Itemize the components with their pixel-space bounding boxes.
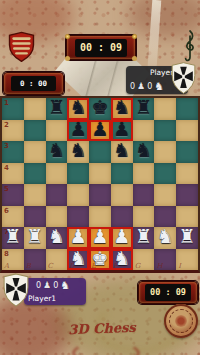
- white-rook[interactable]: ♜: [26, 227, 43, 246]
- square-b4[interactable]: [24, 163, 46, 185]
- square-d7[interactable]: ♟: [67, 227, 89, 249]
- square-f2[interactable]: ♟: [111, 120, 133, 142]
- player1-panel: 0 ♟ 0 ♞ Player1: [24, 278, 86, 305]
- square-d4[interactable]: [67, 163, 89, 185]
- game-screen: 00 : 09 0 : 00 Player2 0 ♟ 0 ♞ 1♜♞♚♞♜2♟♟…: [0, 0, 200, 355]
- file-label: B: [26, 262, 31, 270]
- square-b8[interactable]: B: [24, 249, 46, 271]
- square-g7[interactable]: ♜: [133, 227, 155, 249]
- square-a5[interactable]: 5: [2, 184, 24, 206]
- square-c7[interactable]: ♞: [46, 227, 68, 249]
- square-e7[interactable]: ♟: [89, 227, 111, 249]
- square-h5[interactable]: [154, 184, 176, 206]
- left-timer: 0 : 00: [3, 72, 64, 95]
- square-d3[interactable]: ♞: [67, 141, 89, 163]
- captured-knight-count: 0: [147, 83, 152, 91]
- white-rook[interactable]: ♜: [4, 227, 21, 246]
- white-knight[interactable]: ♞: [113, 249, 130, 268]
- pawn-icon: ♟: [43, 281, 51, 290]
- square-c5[interactable]: [46, 184, 68, 206]
- rank-label: 5: [4, 185, 9, 193]
- square-h2[interactable]: [154, 120, 176, 142]
- square-f3[interactable]: ♞: [111, 141, 133, 163]
- main-timer: 00 : 09: [66, 35, 136, 60]
- square-f7[interactable]: ♟: [111, 227, 133, 249]
- square-c4[interactable]: [46, 163, 68, 185]
- square-b6[interactable]: [24, 206, 46, 228]
- white-knight[interactable]: ♞: [157, 227, 174, 246]
- square-i8[interactable]: I: [176, 249, 198, 271]
- knight-icon: ♞: [154, 81, 164, 92]
- black-knight[interactable]: ♞: [70, 141, 87, 160]
- captured-knight-count: 0: [53, 282, 58, 290]
- square-g2[interactable]: [133, 120, 155, 142]
- file-label: I: [178, 262, 181, 270]
- white-rook[interactable]: ♜: [179, 227, 196, 246]
- square-g5[interactable]: [133, 184, 155, 206]
- square-c2[interactable]: [46, 120, 68, 142]
- square-a1[interactable]: 1: [2, 98, 24, 120]
- square-a7[interactable]: 7♜: [2, 227, 24, 249]
- square-a2[interactable]: 2: [2, 120, 24, 142]
- square-b2[interactable]: [24, 120, 46, 142]
- square-i1[interactable]: [176, 98, 198, 120]
- black-rook[interactable]: ♜: [48, 98, 65, 117]
- square-e5[interactable]: [89, 184, 111, 206]
- rank-label: 2: [4, 121, 9, 129]
- square-e8[interactable]: E♚: [89, 249, 111, 271]
- square-a4[interactable]: 4: [2, 163, 24, 185]
- square-h6[interactable]: [154, 206, 176, 228]
- rank-label: 6: [4, 207, 9, 215]
- square-f8[interactable]: F♞: [111, 249, 133, 271]
- white-pawn[interactable]: ♟: [91, 227, 108, 246]
- square-c6[interactable]: [46, 206, 68, 228]
- rank-label: 3: [4, 142, 9, 150]
- square-c1[interactable]: ♜: [46, 98, 68, 120]
- white-pawn[interactable]: ♟: [70, 227, 87, 246]
- square-e3[interactable]: [89, 141, 111, 163]
- black-pawn[interactable]: ♟: [113, 120, 130, 139]
- captured-pawn-count: 0: [36, 282, 41, 290]
- black-knight[interactable]: ♞: [48, 141, 65, 160]
- square-i7[interactable]: ♜: [176, 227, 198, 249]
- pawn-icon: ♟: [137, 82, 145, 91]
- square-e4[interactable]: [89, 163, 111, 185]
- square-d2[interactable]: ♟: [67, 120, 89, 142]
- file-label: G: [135, 262, 141, 270]
- square-c3[interactable]: ♞: [46, 141, 68, 163]
- square-b7[interactable]: ♜: [24, 227, 46, 249]
- square-f5[interactable]: [111, 184, 133, 206]
- knight-icon: ♞: [60, 280, 70, 291]
- black-pawn[interactable]: ♟: [70, 120, 87, 139]
- square-i6[interactable]: [176, 206, 198, 228]
- black-pawn[interactable]: ♟: [91, 120, 108, 139]
- square-g8[interactable]: G: [133, 249, 155, 271]
- square-h3[interactable]: [154, 141, 176, 163]
- player2-captured: 0 ♟ 0 ♞: [130, 81, 184, 92]
- square-g4[interactable]: [133, 163, 155, 185]
- square-d1[interactable]: ♞: [67, 98, 89, 120]
- music-clef-icon[interactable]: [183, 30, 197, 64]
- app-watermark: 3D Chess: [62, 320, 142, 338]
- white-pawn[interactable]: ♟: [113, 227, 130, 246]
- square-e6[interactable]: [89, 206, 111, 228]
- square-h4[interactable]: [154, 163, 176, 185]
- square-a6[interactable]: 6: [2, 206, 24, 228]
- white-king[interactable]: ♚: [91, 249, 108, 268]
- file-label: H: [156, 262, 162, 270]
- square-h1[interactable]: [154, 98, 176, 120]
- file-label: A: [4, 262, 9, 270]
- player1-name: Player1: [28, 294, 82, 303]
- bottom-timer: 00 : 09: [138, 281, 198, 304]
- white-rook[interactable]: ♜: [135, 227, 152, 246]
- square-h8[interactable]: H: [154, 249, 176, 271]
- black-knight[interactable]: ♞: [70, 98, 87, 117]
- timer-value: 0 : 00: [11, 76, 56, 92]
- square-e2[interactable]: ♟: [89, 120, 111, 142]
- circular-seal-icon: [164, 304, 198, 338]
- white-knight[interactable]: ♞: [48, 227, 65, 246]
- square-g6[interactable]: [133, 206, 155, 228]
- square-f4[interactable]: [111, 163, 133, 185]
- file-label: C: [48, 262, 53, 270]
- square-c8[interactable]: C: [46, 249, 68, 271]
- square-e1[interactable]: ♚: [89, 98, 111, 120]
- square-b1[interactable]: [24, 98, 46, 120]
- player2-name: Player2: [150, 68, 178, 77]
- white-knight[interactable]: ♞: [70, 249, 87, 268]
- black-knight[interactable]: ♞: [113, 98, 130, 117]
- player1-captured: 0 ♟ 0 ♞: [36, 280, 82, 291]
- black-rook[interactable]: ♜: [135, 98, 152, 117]
- bottom-ornament: [72, 341, 140, 355]
- square-i3[interactable]: [176, 141, 198, 163]
- player2-panel: Player2 0 ♟ 0 ♞: [126, 66, 188, 94]
- menu-shield-icon[interactable]: [6, 31, 37, 62]
- rank-label: 8: [4, 250, 9, 258]
- square-d6[interactable]: [67, 206, 89, 228]
- square-b3[interactable]: [24, 141, 46, 163]
- square-f1[interactable]: ♞: [111, 98, 133, 120]
- chess-board[interactable]: 1♜♞♚♞♜2♟♟♟3♞♞♞♞4567♜♜♞♟♟♟♜♞♜8ABCD♞E♚F♞GH…: [0, 96, 200, 273]
- captured-pawn-count: 0: [130, 83, 135, 91]
- square-d8[interactable]: D♞: [67, 249, 89, 271]
- black-king[interactable]: ♚: [91, 98, 108, 117]
- square-i5[interactable]: [176, 184, 198, 206]
- square-d5[interactable]: [67, 184, 89, 206]
- square-g3[interactable]: ♞: [133, 141, 155, 163]
- square-i2[interactable]: [176, 120, 198, 142]
- square-b5[interactable]: [24, 184, 46, 206]
- timer-value: 00 : 09: [145, 284, 191, 301]
- square-h7[interactable]: ♞: [154, 227, 176, 249]
- square-f6[interactable]: [111, 206, 133, 228]
- black-knight[interactable]: ♞: [135, 141, 152, 160]
- square-a8[interactable]: 8A: [2, 249, 24, 271]
- rank-label: 1: [4, 99, 9, 107]
- square-g1[interactable]: ♜: [133, 98, 155, 120]
- square-i4[interactable]: [176, 163, 198, 185]
- timer-value: 00 : 09: [75, 39, 127, 57]
- black-knight[interactable]: ♞: [113, 141, 130, 160]
- square-a3[interactable]: 3: [2, 141, 24, 163]
- rank-label: 4: [4, 164, 9, 172]
